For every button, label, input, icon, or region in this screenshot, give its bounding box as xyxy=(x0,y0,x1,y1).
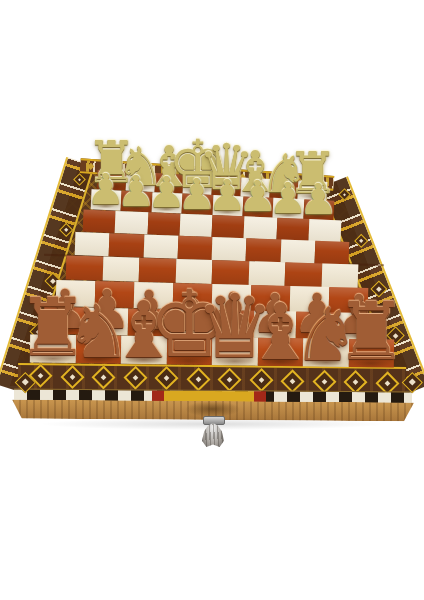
square-g4[interactable] xyxy=(109,233,144,257)
square-b4[interactable] xyxy=(280,240,315,264)
square-e4[interactable] xyxy=(177,236,212,260)
clasp-shadow xyxy=(185,401,240,417)
white-pawn[interactable]: ♟ xyxy=(299,178,337,221)
square-f4[interactable] xyxy=(143,234,178,258)
square-c4[interactable] xyxy=(246,238,281,262)
square-d4[interactable] xyxy=(212,237,247,261)
square-h4[interactable] xyxy=(75,232,110,256)
photo-canvas: ♜♞♝♚♛♝♞♜♟♟♟♟♟♟♟♟♟♟♟♟♟♟♟♟♜♞♝♚♛♝♞♜ xyxy=(0,0,424,600)
black-rook[interactable]: ♜ xyxy=(335,292,407,372)
square-a4[interactable] xyxy=(314,241,349,265)
